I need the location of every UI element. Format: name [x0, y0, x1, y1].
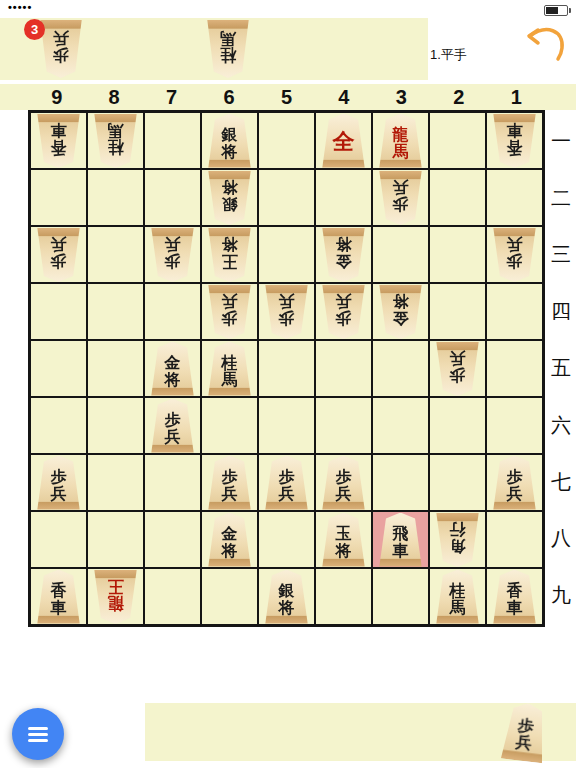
piece-kanji: 金将 [393, 293, 409, 327]
square-6-1[interactable]: 銀将 [202, 113, 257, 168]
square-5-4[interactable]: 歩兵 [259, 284, 314, 339]
square-9-4[interactable] [31, 284, 86, 339]
piece-kanji: 歩兵 [279, 293, 295, 327]
sente-silver-piece[interactable]: 銀将 [263, 570, 310, 624]
sente-lance-piece[interactable]: 香車 [35, 570, 82, 624]
square-8-3[interactable] [88, 227, 143, 282]
square-3-4[interactable]: 金将 [373, 284, 428, 339]
gote-pawn-piece[interactable]: 歩兵 [377, 171, 424, 225]
piece-kanji: 角行 [450, 521, 466, 555]
column-label-9: 9 [28, 84, 85, 110]
square-7-7[interactable] [145, 455, 200, 510]
gote-lance-piece[interactable]: 香車 [35, 114, 82, 168]
rank-label-5: 五 [548, 340, 574, 397]
square-2-7[interactable] [430, 455, 485, 510]
rank-labels: 一二三四五六七八九 [548, 113, 574, 624]
piece-kanji: 歩兵 [165, 411, 181, 445]
hamburger-menu-icon [28, 727, 48, 730]
column-label-6: 6 [200, 84, 257, 110]
piece-kanji: 金将 [222, 525, 238, 559]
piece-kanji: 龍馬 [393, 126, 409, 160]
square-1-8[interactable] [487, 512, 542, 567]
square-9-1[interactable]: 香車 [31, 113, 86, 168]
piece-kanji: 香車 [51, 122, 67, 156]
piece-kanji: 飛車 [393, 525, 409, 559]
piece-kanji: 歩兵 [507, 468, 523, 502]
square-6-2[interactable]: 銀将 [202, 170, 257, 225]
piece-kanji: 歩兵 [507, 236, 523, 270]
piece-kanji: 歩兵 [51, 468, 67, 502]
gote-pawn-piece[interactable]: 歩兵 [491, 228, 538, 282]
piece-kanji: 歩兵 [165, 236, 181, 270]
square-8-4[interactable] [88, 284, 143, 339]
column-label-1: 1 [488, 84, 545, 110]
square-3-6[interactable] [373, 398, 428, 453]
gote-lance-piece[interactable]: 香車 [491, 114, 538, 168]
piece-kanji: 香車 [507, 122, 523, 156]
square-5-2[interactable] [259, 170, 314, 225]
gote-hand-pawn[interactable]: 歩兵3 [38, 20, 84, 78]
square-1-1[interactable]: 香車 [487, 113, 542, 168]
square-7-8[interactable] [145, 512, 200, 567]
gote-knight-piece[interactable]: 桂馬 [92, 114, 139, 168]
piece-kanji: 金将 [165, 354, 181, 388]
square-5-7[interactable]: 歩兵 [259, 455, 314, 510]
piece-kanji: 銀将 [222, 126, 238, 160]
square-8-5[interactable] [88, 341, 143, 396]
square-1-6[interactable] [487, 398, 542, 453]
square-2-8[interactable]: 角行 [430, 512, 485, 567]
square-3-1[interactable]: 龍馬 [373, 113, 428, 168]
gote-pawn-piece[interactable]: 歩兵 [320, 285, 367, 339]
gote-gold-piece[interactable]: 金将 [320, 228, 367, 282]
square-6-9[interactable] [202, 569, 257, 624]
sente-pawn-piece[interactable]: 歩兵 [491, 456, 538, 510]
gote-knight-piece[interactable]: 桂馬 [205, 20, 251, 78]
piece-kanji: 龍王 [108, 578, 124, 612]
piece-kanji: 銀将 [279, 582, 295, 616]
square-2-5[interactable]: 歩兵 [430, 341, 485, 396]
gote-pawn-piece[interactable]: 歩兵 [263, 285, 310, 339]
square-2-6[interactable] [430, 398, 485, 453]
square-7-6[interactable]: 歩兵 [145, 398, 200, 453]
carrier-signal-dots: ••••• [8, 1, 32, 13]
piece-kanji: 歩兵 [53, 30, 69, 64]
captured-count-badge: 3 [24, 19, 45, 40]
square-4-2[interactable] [316, 170, 371, 225]
square-4-4[interactable]: 歩兵 [316, 284, 371, 339]
piece-kanji: 全 [333, 131, 355, 153]
rank-label-7: 七 [548, 454, 574, 511]
square-6-3[interactable]: 王将 [202, 227, 257, 282]
square-8-8[interactable] [88, 512, 143, 567]
square-9-7[interactable]: 歩兵 [31, 455, 86, 510]
square-9-3[interactable]: 歩兵 [31, 227, 86, 282]
square-3-9[interactable] [373, 569, 428, 624]
gote-bishop-piece[interactable]: 角行 [434, 513, 481, 567]
sente-pawn-piece[interactable]: 歩兵 [499, 700, 552, 763]
rank-label-8: 八 [548, 510, 574, 567]
gote-pawn-piece[interactable]: 歩兵 [35, 228, 82, 282]
gote-gold-piece[interactable]: 金将 [377, 285, 424, 339]
square-5-3[interactable] [259, 227, 314, 282]
square-9-5[interactable] [31, 341, 86, 396]
column-labels: 987654321 [28, 84, 545, 110]
square-9-8[interactable] [31, 512, 86, 567]
promoted-sente-silver-piece[interactable]: 全 [320, 114, 367, 168]
piece-kanji: 金将 [336, 236, 352, 270]
piece-kanji: 歩兵 [222, 293, 238, 327]
square-4-9[interactable] [316, 569, 371, 624]
piece-kanji: 歩兵 [515, 716, 535, 752]
menu-fab-button[interactable] [12, 708, 64, 760]
square-1-5[interactable] [487, 341, 542, 396]
piece-kanji: 歩兵 [336, 293, 352, 327]
square-1-4[interactable] [487, 284, 542, 339]
square-4-3[interactable]: 金将 [316, 227, 371, 282]
gote-king-piece[interactable]: 王将 [206, 228, 253, 282]
sente-king-piece[interactable]: 玉将 [320, 513, 367, 567]
square-7-5[interactable]: 金将 [145, 341, 200, 396]
column-label-4: 4 [315, 84, 372, 110]
square-1-9[interactable]: 香車 [487, 569, 542, 624]
column-label-2: 2 [430, 84, 487, 110]
square-3-8[interactable]: 飛車 [373, 512, 428, 567]
square-8-1[interactable]: 桂馬 [88, 113, 143, 168]
square-3-7[interactable] [373, 455, 428, 510]
square-3-2[interactable]: 歩兵 [373, 170, 428, 225]
square-3-5[interactable] [373, 341, 428, 396]
square-6-8[interactable]: 金将 [202, 512, 257, 567]
rank-label-4: 四 [548, 283, 574, 340]
square-4-6[interactable] [316, 398, 371, 453]
move-counter-label: 1.平手 [430, 46, 467, 64]
sente-knight-piece[interactable]: 桂馬 [206, 342, 253, 396]
piece-kanji: 桂馬 [220, 30, 236, 64]
square-3-3[interactable] [373, 227, 428, 282]
piece-kanji: 香車 [507, 582, 523, 616]
rank-label-2: 二 [548, 170, 574, 227]
sente-rook-piece[interactable]: 飛車 [377, 513, 424, 567]
square-6-4[interactable]: 歩兵 [202, 284, 257, 339]
sente-knight-piece[interactable]: 桂馬 [434, 570, 481, 624]
square-2-4[interactable] [430, 284, 485, 339]
sente-hand-pawn[interactable]: 歩兵 [499, 700, 552, 763]
sente-gold-piece[interactable]: 金将 [206, 513, 253, 567]
piece-kanji: 桂馬 [108, 122, 124, 156]
square-4-7[interactable]: 歩兵 [316, 455, 371, 510]
piece-kanji: 王将 [222, 236, 238, 270]
column-label-7: 7 [143, 84, 200, 110]
piece-kanji: 香車 [51, 582, 67, 616]
square-7-9[interactable] [145, 569, 200, 624]
square-5-5[interactable] [259, 341, 314, 396]
square-9-2[interactable] [31, 170, 86, 225]
square-1-7[interactable]: 歩兵 [487, 455, 542, 510]
square-7-1[interactable] [145, 113, 200, 168]
square-7-4[interactable] [145, 284, 200, 339]
sente-pawn-piece[interactable]: 歩兵 [263, 456, 310, 510]
square-6-7[interactable]: 歩兵 [202, 455, 257, 510]
column-label-8: 8 [85, 84, 142, 110]
piece-kanji: 玉将 [336, 525, 352, 559]
rank-label-6: 六 [548, 397, 574, 454]
square-8-6[interactable] [88, 398, 143, 453]
sente-pawn-piece[interactable]: 歩兵 [320, 456, 367, 510]
shogi-board[interactable]: 香車桂馬銀将全龍馬香車銀将歩兵歩兵歩兵王将金将歩兵歩兵歩兵歩兵金将金将桂馬歩兵歩… [28, 110, 545, 627]
square-8-7[interactable] [88, 455, 143, 510]
piece-kanji: 桂馬 [450, 582, 466, 616]
square-4-5[interactable] [316, 341, 371, 396]
square-6-5[interactable]: 桂馬 [202, 341, 257, 396]
square-9-6[interactable] [31, 398, 86, 453]
square-6-6[interactable] [202, 398, 257, 453]
rank-label-3: 三 [548, 227, 574, 284]
gote-silver-piece[interactable]: 銀将 [206, 171, 253, 225]
square-2-1[interactable] [430, 113, 485, 168]
piece-kanji: 桂馬 [222, 354, 238, 388]
rank-label-9: 九 [548, 567, 574, 624]
battery-icon [544, 5, 568, 16]
square-7-2[interactable] [145, 170, 200, 225]
piece-kanji: 歩兵 [51, 236, 67, 270]
square-8-9[interactable]: 龍王 [88, 569, 143, 624]
promoted-sente-bishop-piece[interactable]: 龍馬 [377, 114, 424, 168]
square-2-9[interactable]: 桂馬 [430, 569, 485, 624]
sente-gold-piece[interactable]: 金将 [149, 342, 196, 396]
undo-arrow-icon[interactable] [524, 22, 570, 68]
sente-lance-piece[interactable]: 香車 [491, 570, 538, 624]
rank-label-1: 一 [548, 113, 574, 170]
sente-silver-piece[interactable]: 銀将 [206, 114, 253, 168]
square-5-9[interactable]: 銀将 [259, 569, 314, 624]
piece-kanji: 歩兵 [450, 350, 466, 384]
square-2-2[interactable] [430, 170, 485, 225]
gote-pawn-piece[interactable]: 歩兵 [434, 342, 481, 396]
square-4-1[interactable]: 全 [316, 113, 371, 168]
gote-pawn-piece[interactable]: 歩兵 [149, 228, 196, 282]
gote-pawn-piece[interactable]: 歩兵 [206, 285, 253, 339]
square-2-3[interactable] [430, 227, 485, 282]
sente-captured-tray: 歩兵 [145, 703, 576, 761]
status-bar: ••••• [0, 0, 576, 18]
square-5-8[interactable] [259, 512, 314, 567]
promoted-gote-rook-piece[interactable]: 龍王 [92, 570, 139, 624]
piece-kanji: 銀将 [222, 179, 238, 213]
square-4-8[interactable]: 玉将 [316, 512, 371, 567]
piece-kanji: 歩兵 [279, 468, 295, 502]
square-9-9[interactable]: 香車 [31, 569, 86, 624]
piece-kanji: 歩兵 [336, 468, 352, 502]
piece-kanji: 歩兵 [393, 179, 409, 213]
square-5-1[interactable] [259, 113, 314, 168]
square-5-6[interactable] [259, 398, 314, 453]
sente-pawn-piece[interactable]: 歩兵 [149, 399, 196, 453]
sente-pawn-piece[interactable]: 歩兵 [35, 456, 82, 510]
square-1-2[interactable] [487, 170, 542, 225]
column-label-3: 3 [373, 84, 430, 110]
gote-hand-knight[interactable]: 桂馬 [205, 20, 251, 78]
square-8-2[interactable] [88, 170, 143, 225]
sente-pawn-piece[interactable]: 歩兵 [206, 456, 253, 510]
column-label-5: 5 [258, 84, 315, 110]
gote-captured-tray: 歩兵3桂馬 [0, 18, 428, 80]
square-1-3[interactable]: 歩兵 [487, 227, 542, 282]
piece-kanji: 歩兵 [222, 468, 238, 502]
square-7-3[interactable]: 歩兵 [145, 227, 200, 282]
